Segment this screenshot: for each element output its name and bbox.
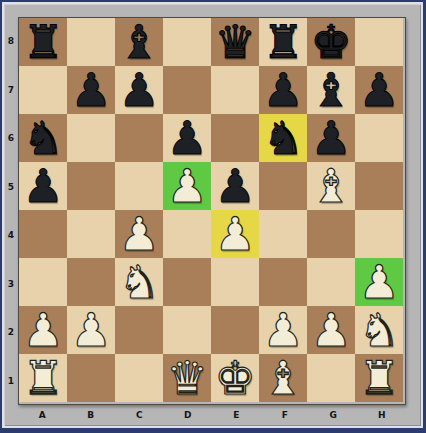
black-pawn[interactable]: ♟ bbox=[22, 162, 63, 210]
file-label-d: D bbox=[164, 406, 213, 424]
square-e6[interactable] bbox=[211, 114, 259, 162]
square-e8[interactable]: ♛ bbox=[211, 18, 259, 66]
square-e5[interactable]: ♟ bbox=[211, 162, 259, 210]
white-rook[interactable]: ♜ bbox=[358, 354, 399, 402]
file-label-f: F bbox=[261, 406, 310, 424]
white-pawn[interactable]: ♟ bbox=[166, 162, 207, 210]
white-king[interactable]: ♚ bbox=[214, 354, 255, 402]
black-rook[interactable]: ♜ bbox=[22, 18, 63, 66]
square-a6[interactable]: ♞ bbox=[19, 114, 67, 162]
square-c4[interactable]: ♟ bbox=[115, 210, 163, 258]
square-d5[interactable]: ♟ bbox=[163, 162, 211, 210]
square-c6[interactable] bbox=[115, 114, 163, 162]
file-label-a: A bbox=[18, 406, 67, 424]
black-pawn[interactable]: ♟ bbox=[166, 114, 207, 162]
square-a4[interactable] bbox=[19, 210, 67, 258]
square-d6[interactable]: ♟ bbox=[163, 114, 211, 162]
square-h7[interactable]: ♟ bbox=[355, 66, 403, 114]
square-a3[interactable] bbox=[19, 258, 67, 306]
rank-labels: 87654321 bbox=[4, 17, 18, 405]
square-g7[interactable]: ♝ bbox=[307, 66, 355, 114]
square-h4[interactable] bbox=[355, 210, 403, 258]
square-a5[interactable]: ♟ bbox=[19, 162, 67, 210]
rank-label-5: 5 bbox=[4, 163, 18, 212]
square-e1[interactable]: ♚ bbox=[211, 354, 259, 402]
white-pawn[interactable]: ♟ bbox=[214, 210, 255, 258]
black-rook[interactable]: ♜ bbox=[262, 18, 303, 66]
square-f2[interactable]: ♟ bbox=[259, 306, 307, 354]
square-c8[interactable]: ♝ bbox=[115, 18, 163, 66]
black-knight[interactable]: ♞ bbox=[262, 114, 303, 162]
black-pawn[interactable]: ♟ bbox=[358, 66, 399, 114]
black-pawn[interactable]: ♟ bbox=[118, 66, 159, 114]
square-f8[interactable]: ♜ bbox=[259, 18, 307, 66]
board-frame: 87654321 ♜♝♛♜♚♟♟♟♝♟♞♟♞♟♟♟♟♝♟♟♞♟♟♟♟♟♞♜♛♚♝… bbox=[2, 2, 423, 428]
square-d2[interactable] bbox=[163, 306, 211, 354]
white-pawn[interactable]: ♟ bbox=[310, 306, 351, 354]
square-e7[interactable] bbox=[211, 66, 259, 114]
black-pawn[interactable]: ♟ bbox=[262, 66, 303, 114]
square-c7[interactable]: ♟ bbox=[115, 66, 163, 114]
rank-label-7: 7 bbox=[4, 66, 18, 115]
square-e3[interactable] bbox=[211, 258, 259, 306]
square-h2[interactable]: ♞ bbox=[355, 306, 403, 354]
white-knight[interactable]: ♞ bbox=[118, 258, 159, 306]
square-g6[interactable]: ♟ bbox=[307, 114, 355, 162]
white-rook[interactable]: ♜ bbox=[22, 354, 63, 402]
square-a7[interactable] bbox=[19, 66, 67, 114]
square-d8[interactable] bbox=[163, 18, 211, 66]
square-f7[interactable]: ♟ bbox=[259, 66, 307, 114]
file-label-c: C bbox=[115, 406, 164, 424]
white-pawn[interactable]: ♟ bbox=[22, 306, 63, 354]
white-pawn[interactable]: ♟ bbox=[70, 306, 111, 354]
square-g2[interactable]: ♟ bbox=[307, 306, 355, 354]
black-pawn[interactable]: ♟ bbox=[70, 66, 111, 114]
file-label-e: E bbox=[212, 406, 261, 424]
square-g5[interactable]: ♝ bbox=[307, 162, 355, 210]
square-b7[interactable]: ♟ bbox=[67, 66, 115, 114]
square-d4[interactable] bbox=[163, 210, 211, 258]
square-h3[interactable]: ♟ bbox=[355, 258, 403, 306]
square-g3[interactable] bbox=[307, 258, 355, 306]
square-e2[interactable] bbox=[211, 306, 259, 354]
square-h6[interactable] bbox=[355, 114, 403, 162]
square-a2[interactable]: ♟ bbox=[19, 306, 67, 354]
square-b8[interactable] bbox=[67, 18, 115, 66]
square-b5[interactable] bbox=[67, 162, 115, 210]
white-queen[interactable]: ♛ bbox=[166, 354, 207, 402]
square-d7[interactable] bbox=[163, 66, 211, 114]
white-pawn[interactable]: ♟ bbox=[118, 210, 159, 258]
white-pawn[interactable]: ♟ bbox=[358, 258, 399, 306]
square-c3[interactable]: ♞ bbox=[115, 258, 163, 306]
square-f5[interactable] bbox=[259, 162, 307, 210]
square-h1[interactable]: ♜ bbox=[355, 354, 403, 402]
square-f6[interactable]: ♞ bbox=[259, 114, 307, 162]
rank-label-4: 4 bbox=[4, 211, 18, 260]
square-c1[interactable] bbox=[115, 354, 163, 402]
square-h5[interactable] bbox=[355, 162, 403, 210]
file-labels: ABCDEFGH bbox=[18, 406, 406, 424]
square-f3[interactable] bbox=[259, 258, 307, 306]
square-f1[interactable]: ♝ bbox=[259, 354, 307, 402]
square-c5[interactable] bbox=[115, 162, 163, 210]
square-b6[interactable] bbox=[67, 114, 115, 162]
black-pawn[interactable]: ♟ bbox=[310, 114, 351, 162]
square-b4[interactable] bbox=[67, 210, 115, 258]
square-f4[interactable] bbox=[259, 210, 307, 258]
square-h8[interactable] bbox=[355, 18, 403, 66]
square-g8[interactable]: ♚ bbox=[307, 18, 355, 66]
file-label-b: B bbox=[67, 406, 116, 424]
chess-board[interactable]: ♜♝♛♜♚♟♟♟♝♟♞♟♞♟♟♟♟♝♟♟♞♟♟♟♟♟♞♜♛♚♝♜ bbox=[18, 17, 406, 405]
black-pawn[interactable]: ♟ bbox=[214, 162, 255, 210]
black-king[interactable]: ♚ bbox=[310, 18, 351, 66]
rank-label-3: 3 bbox=[4, 260, 18, 309]
square-a1[interactable]: ♜ bbox=[19, 354, 67, 402]
square-g1[interactable] bbox=[307, 354, 355, 402]
white-bishop[interactable]: ♝ bbox=[310, 162, 351, 210]
black-bishop[interactable]: ♝ bbox=[310, 66, 351, 114]
black-bishop[interactable]: ♝ bbox=[118, 18, 159, 66]
file-label-g: G bbox=[309, 406, 358, 424]
square-d1[interactable]: ♛ bbox=[163, 354, 211, 402]
black-knight[interactable]: ♞ bbox=[22, 114, 63, 162]
square-c2[interactable] bbox=[115, 306, 163, 354]
white-pawn[interactable]: ♟ bbox=[262, 306, 303, 354]
rank-label-6: 6 bbox=[4, 114, 18, 163]
white-knight[interactable]: ♞ bbox=[358, 306, 399, 354]
rank-label-2: 2 bbox=[4, 308, 18, 357]
square-a8[interactable]: ♜ bbox=[19, 18, 67, 66]
white-bishop[interactable]: ♝ bbox=[262, 354, 303, 402]
file-label-h: H bbox=[358, 406, 407, 424]
square-d3[interactable] bbox=[163, 258, 211, 306]
square-e4[interactable]: ♟ bbox=[211, 210, 259, 258]
square-b3[interactable] bbox=[67, 258, 115, 306]
square-b1[interactable] bbox=[67, 354, 115, 402]
chess-app-window: 87654321 ♜♝♛♜♚♟♟♟♝♟♞♟♞♟♟♟♟♝♟♟♞♟♟♟♟♟♞♜♛♚♝… bbox=[0, 0, 426, 433]
square-b2[interactable]: ♟ bbox=[67, 306, 115, 354]
rank-label-1: 1 bbox=[4, 357, 18, 406]
rank-label-8: 8 bbox=[4, 17, 18, 66]
square-g4[interactable] bbox=[307, 210, 355, 258]
black-queen[interactable]: ♛ bbox=[214, 18, 255, 66]
